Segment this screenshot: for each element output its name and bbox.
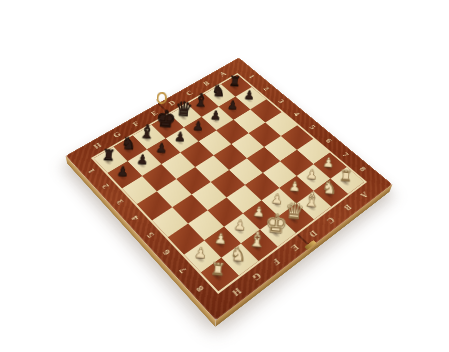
black-pawn-f2: ♟ bbox=[155, 141, 168, 155]
black-rook-h1: ♜ bbox=[101, 148, 116, 164]
white-pawn-c7: ♟ bbox=[288, 179, 301, 193]
product-photo: 12345678 12345678 ABCDEFGH ABCDEFGH ♜♟♟♜… bbox=[0, 0, 449, 352]
white-pawn-g7: ♟ bbox=[214, 231, 228, 246]
chess-board: 12345678 12345678 ABCDEFGH ABCDEFGH ♜♟♟♜… bbox=[66, 57, 393, 320]
white-rook-a8: ♜ bbox=[338, 168, 353, 184]
playing-area: ♜♟♟♜♞♟♟♞♝♟♟♝♛♟♟♛♚♟♟♚♝♟♟♝♞♟♟♞♜♟♟♜ bbox=[91, 73, 367, 294]
white-pawn-a7: ♟ bbox=[322, 156, 335, 170]
